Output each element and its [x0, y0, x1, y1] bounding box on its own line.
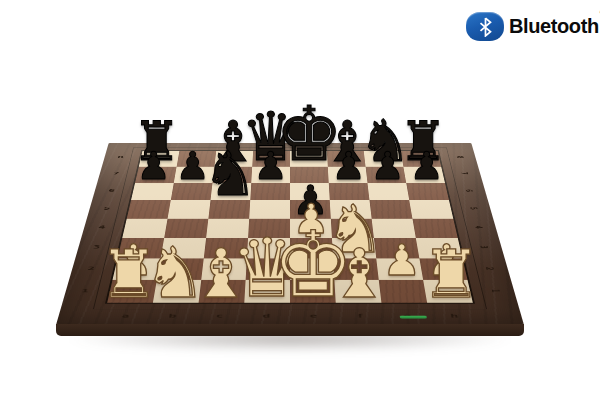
square-f2 — [333, 258, 379, 280]
rank-label-right-3: 3 — [476, 243, 490, 252]
chess-board: abcdefgh8877665544332211 — [56, 143, 524, 325]
square-c3 — [204, 238, 248, 258]
rank-label-right-6: 6 — [462, 187, 475, 195]
square-g4 — [372, 219, 416, 238]
square-f1 — [334, 280, 381, 303]
square-h4 — [412, 219, 457, 238]
square-c4 — [206, 219, 249, 238]
square-a6 — [131, 183, 174, 200]
square-h2 — [419, 258, 467, 280]
square-g2 — [376, 258, 423, 280]
square-e6 — [290, 183, 330, 200]
square-b8 — [177, 151, 217, 167]
bluetooth-wordmark: Bluetooth® — [509, 15, 600, 38]
rank-label-left-6: 6 — [102, 188, 122, 193]
rank-label-right-5: 5 — [467, 204, 480, 212]
square-g5 — [370, 200, 413, 218]
file-label-a: a — [101, 313, 149, 319]
square-a3 — [118, 238, 165, 258]
square-a4 — [122, 219, 167, 238]
square-g8 — [364, 151, 404, 167]
square-f4 — [331, 219, 374, 238]
product-photo: abcdefgh8877665544332211 ♜♝♛♚♝♞♜♟♟♟♟♟♟♞♟… — [0, 0, 600, 400]
board-grid — [105, 150, 475, 303]
rank-label-right-8: 8 — [454, 154, 466, 161]
square-b3 — [161, 238, 206, 258]
square-d1 — [244, 280, 290, 303]
square-e7 — [290, 167, 329, 183]
square-a2 — [113, 258, 161, 280]
square-h3 — [416, 238, 463, 258]
square-f3 — [332, 238, 376, 258]
square-c6 — [210, 183, 251, 200]
square-c1 — [199, 280, 246, 303]
square-e5 — [290, 200, 331, 218]
square-a7 — [135, 167, 177, 183]
square-b4 — [164, 219, 208, 238]
square-g6 — [367, 183, 409, 200]
square-d2 — [246, 258, 290, 280]
square-g7 — [366, 167, 407, 183]
rank-label-right-4: 4 — [471, 223, 485, 231]
rank-label-left-5: 5 — [97, 206, 117, 211]
square-e1 — [290, 280, 336, 303]
square-f8 — [327, 151, 366, 167]
square-b6 — [171, 183, 213, 200]
square-d8 — [252, 151, 290, 167]
square-h6 — [406, 183, 449, 200]
square-d5 — [249, 200, 290, 218]
board-front-edge — [56, 324, 524, 336]
file-label-d: d — [243, 313, 290, 319]
square-h1 — [423, 280, 473, 303]
square-c7 — [213, 167, 253, 183]
square-a1 — [107, 280, 157, 303]
square-b2 — [157, 258, 204, 280]
square-d6 — [250, 183, 290, 200]
bluetooth-rune-icon — [479, 17, 492, 37]
square-e4 — [290, 219, 332, 238]
square-c2 — [201, 258, 247, 280]
file-label-f: f — [337, 313, 385, 319]
square-h8 — [401, 151, 442, 167]
rank-label-left-8: 8 — [111, 155, 130, 159]
square-b7 — [174, 167, 215, 183]
file-label-c: c — [196, 313, 244, 319]
square-d3 — [247, 238, 290, 258]
bluetooth-logo: Bluetooth® — [466, 12, 600, 41]
square-f5 — [330, 200, 372, 218]
square-f6 — [329, 183, 370, 200]
square-g1 — [379, 280, 427, 303]
square-d4 — [248, 219, 290, 238]
square-h7 — [403, 167, 445, 183]
rank-label-left-4: 4 — [92, 225, 113, 230]
dgt-green-logo — [400, 316, 427, 319]
square-a8 — [139, 151, 180, 167]
square-e8 — [290, 151, 328, 167]
rank-label-right-1: 1 — [487, 286, 502, 296]
square-e2 — [290, 258, 334, 280]
rank-label-right-7: 7 — [458, 170, 470, 177]
square-b5 — [168, 200, 211, 218]
rank-label-left-1: 1 — [74, 288, 97, 294]
file-label-b: b — [149, 313, 197, 319]
square-d7 — [251, 167, 290, 183]
square-h5 — [409, 200, 453, 218]
bluetooth-icon — [466, 12, 504, 41]
rank-label-left-3: 3 — [86, 245, 107, 250]
square-e3 — [290, 238, 333, 258]
square-c5 — [208, 200, 250, 218]
square-c8 — [214, 151, 253, 167]
square-b1 — [153, 280, 201, 303]
file-label-h: h — [430, 313, 478, 319]
square-f7 — [328, 167, 368, 183]
square-a5 — [127, 200, 171, 218]
file-label-e: e — [290, 313, 337, 319]
rank-label-left-7: 7 — [107, 171, 126, 175]
square-g3 — [374, 238, 419, 258]
rank-label-right-2: 2 — [482, 264, 497, 274]
bluetooth-label: Bluetooth — [509, 15, 599, 37]
rank-label-left-2: 2 — [80, 265, 102, 271]
